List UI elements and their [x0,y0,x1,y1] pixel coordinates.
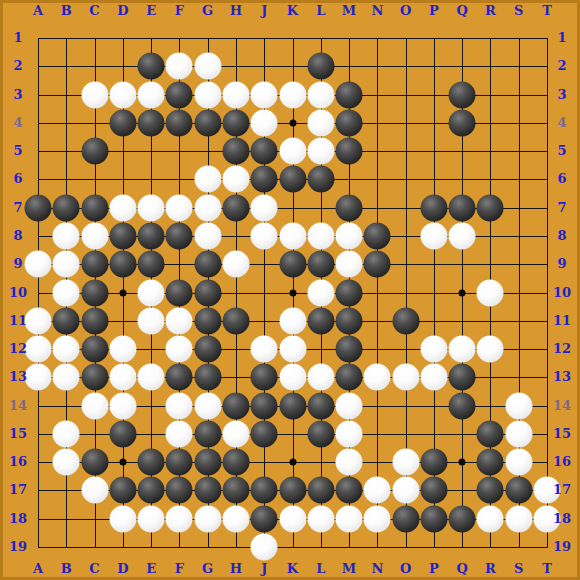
column-label-top: M [334,3,364,19]
stone-black[interactable] [194,307,221,334]
column-label-top: C [80,3,110,19]
stone-black[interactable] [109,109,136,136]
stone-white[interactable] [307,364,334,391]
stone-black[interactable] [81,307,108,334]
stone-white[interactable] [194,392,221,419]
stone-white[interactable] [222,166,249,193]
stone-black[interactable] [336,81,363,108]
stone-white[interactable] [222,251,249,278]
stone-black[interactable] [449,109,476,136]
stone-white[interactable] [222,81,249,108]
stone-black[interactable] [477,420,504,447]
stone-white[interactable] [109,392,136,419]
stone-black[interactable] [138,449,165,476]
stone-white[interactable] [505,449,532,476]
stone-white[interactable] [251,109,278,136]
stone-white[interactable] [109,194,136,221]
column-label-top: G [193,3,223,19]
stone-white[interactable] [53,222,80,249]
star-point [119,459,126,466]
stone-white[interactable] [307,279,334,306]
row-label-left: 6 [3,171,33,187]
column-label-bottom: D [108,561,138,577]
column-label-bottom: M [334,561,364,577]
stone-black[interactable] [392,505,419,532]
column-label-top: F [164,3,194,19]
stone-black[interactable] [166,477,193,504]
row-label-right: 3 [547,87,577,103]
stone-black[interactable] [81,194,108,221]
stone-black[interactable] [307,251,334,278]
stone-black[interactable] [251,364,278,391]
stone-white[interactable] [392,449,419,476]
row-label-right: 9 [547,256,577,272]
stone-white[interactable] [81,477,108,504]
stone-white[interactable] [53,364,80,391]
column-label-bottom: P [419,561,449,577]
row-label-left: 18 [3,511,33,527]
stone-black[interactable] [194,251,221,278]
stone-black[interactable] [449,505,476,532]
go-board-screenshot: AABBCCDDEEFFGGHHJJKKLLMMNNOOPPQQRRSSTT11… [0,0,580,580]
stone-white[interactable] [336,392,363,419]
column-label-bottom: O [391,561,421,577]
column-label-bottom: T [532,561,562,577]
column-label-top: A [23,3,53,19]
stone-black[interactable] [109,251,136,278]
row-label-left: 7 [3,200,33,216]
stone-black[interactable] [307,166,334,193]
stone-black[interactable] [336,279,363,306]
column-label-top: J [249,3,279,19]
stone-black[interactable] [109,477,136,504]
stone-white[interactable] [364,364,391,391]
stone-white[interactable] [251,194,278,221]
stone-black[interactable] [420,194,447,221]
column-label-bottom: J [249,561,279,577]
stone-black[interactable] [251,392,278,419]
row-label-left: 11 [3,313,33,329]
stone-black[interactable] [81,449,108,476]
grid-line-vertical [377,38,378,548]
stone-black[interactable] [420,449,447,476]
stone-black[interactable] [336,477,363,504]
row-label-right: 1 [547,30,577,46]
column-label-top: O [391,3,421,19]
stone-white[interactable] [251,534,278,561]
stone-white[interactable] [392,477,419,504]
stone-black[interactable] [336,336,363,363]
column-label-top: P [419,3,449,19]
column-label-top: R [475,3,505,19]
stone-white[interactable] [336,222,363,249]
row-label-left: 13 [3,369,33,385]
stone-black[interactable] [81,279,108,306]
stone-black[interactable] [138,477,165,504]
stone-white[interactable] [138,81,165,108]
stone-black[interactable] [194,109,221,136]
stone-white[interactable] [53,449,80,476]
stone-white[interactable] [138,194,165,221]
stone-white[interactable] [166,336,193,363]
stone-black[interactable] [392,307,419,334]
stone-white[interactable] [307,222,334,249]
stone-white[interactable] [194,53,221,80]
stone-white[interactable] [392,364,419,391]
row-label-left: 8 [3,228,33,244]
row-label-right: 10 [547,285,577,301]
stone-white[interactable] [109,505,136,532]
row-label-left: 1 [3,30,33,46]
star-point [459,459,466,466]
stone-white[interactable] [53,279,80,306]
stone-black[interactable] [336,109,363,136]
stone-white[interactable] [307,138,334,165]
stone-black[interactable] [251,505,278,532]
stone-black[interactable] [109,222,136,249]
stone-black[interactable] [166,364,193,391]
row-label-left: 19 [3,539,33,555]
stone-white[interactable] [420,336,447,363]
column-label-bottom: E [136,561,166,577]
stone-black[interactable] [194,477,221,504]
row-label-right: 17 [547,482,577,498]
stone-black[interactable] [477,194,504,221]
column-label-bottom: Q [447,561,477,577]
column-label-top: S [504,3,534,19]
stone-black[interactable] [364,222,391,249]
row-label-left: 12 [3,341,33,357]
stone-black[interactable] [420,505,447,532]
column-label-top: Q [447,3,477,19]
column-label-bottom: L [306,561,336,577]
stone-black[interactable] [251,420,278,447]
stone-black[interactable] [194,420,221,447]
stone-white[interactable] [166,505,193,532]
stone-black[interactable] [166,449,193,476]
row-label-left: 15 [3,426,33,442]
column-label-top: H [221,3,251,19]
stone-white[interactable] [477,279,504,306]
column-label-bottom: H [221,561,251,577]
stone-white[interactable] [251,81,278,108]
stone-white[interactable] [307,109,334,136]
stone-black[interactable] [336,307,363,334]
column-label-bottom: R [475,561,505,577]
stone-black[interactable] [138,109,165,136]
stone-black[interactable] [251,138,278,165]
stone-white[interactable] [336,449,363,476]
row-label-right: 14 [547,398,577,414]
stone-black[interactable] [307,477,334,504]
stone-black[interactable] [477,449,504,476]
column-label-bottom: F [164,561,194,577]
stone-white[interactable] [279,81,306,108]
stone-black[interactable] [251,166,278,193]
stone-white[interactable] [449,222,476,249]
row-label-left: 17 [3,482,33,498]
stone-white[interactable] [420,222,447,249]
row-label-right: 16 [547,454,577,470]
row-label-right: 12 [547,341,577,357]
stone-white[interactable] [279,336,306,363]
stone-white[interactable] [364,505,391,532]
column-label-bottom: A [23,561,53,577]
row-label-left: 3 [3,87,33,103]
stone-black[interactable] [81,138,108,165]
stone-black[interactable] [222,138,249,165]
stone-black[interactable] [336,138,363,165]
stone-white[interactable] [194,222,221,249]
stone-white[interactable] [53,336,80,363]
stone-black[interactable] [222,307,249,334]
star-point [289,119,296,126]
stone-white[interactable] [81,222,108,249]
stone-black[interactable] [449,364,476,391]
row-label-left: 14 [3,398,33,414]
stone-white[interactable] [166,307,193,334]
stone-white[interactable] [279,222,306,249]
stone-white[interactable] [336,420,363,447]
column-label-bottom: N [362,561,392,577]
stone-white[interactable] [166,53,193,80]
stone-black[interactable] [449,81,476,108]
row-label-right: 19 [547,539,577,555]
stone-white[interactable] [279,307,306,334]
stone-white[interactable] [449,336,476,363]
stone-white[interactable] [279,364,306,391]
star-point [459,289,466,296]
stone-white[interactable] [222,505,249,532]
stone-white[interactable] [109,364,136,391]
stone-black[interactable] [53,307,80,334]
stone-white[interactable] [279,138,306,165]
column-label-top: T [532,3,562,19]
star-point [289,289,296,296]
stone-black[interactable] [449,194,476,221]
stone-white[interactable] [505,420,532,447]
column-label-top: N [362,3,392,19]
stone-white[interactable] [505,505,532,532]
stone-black[interactable] [279,251,306,278]
stone-black[interactable] [109,420,136,447]
stone-white[interactable] [307,505,334,532]
row-label-left: 5 [3,143,33,159]
stone-white[interactable] [138,279,165,306]
row-label-left: 16 [3,454,33,470]
stone-white[interactable] [194,505,221,532]
column-label-bottom: K [278,561,308,577]
stone-black[interactable] [81,251,108,278]
stone-black[interactable] [449,392,476,419]
stone-white[interactable] [279,505,306,532]
stone-white[interactable] [477,336,504,363]
stone-black[interactable] [279,392,306,419]
column-label-top: K [278,3,308,19]
row-label-right: 6 [547,171,577,187]
stone-white[interactable] [138,364,165,391]
stone-black[interactable] [81,336,108,363]
stone-black[interactable] [194,449,221,476]
stone-white[interactable] [194,81,221,108]
stone-black[interactable] [194,364,221,391]
stone-white[interactable] [138,505,165,532]
stone-black[interactable] [166,279,193,306]
stone-black[interactable] [166,81,193,108]
stone-black[interactable] [364,251,391,278]
stone-white[interactable] [336,505,363,532]
row-label-right: 8 [547,228,577,244]
stone-white[interactable] [505,392,532,419]
stone-black[interactable] [166,222,193,249]
stone-white[interactable] [336,251,363,278]
stone-white[interactable] [251,336,278,363]
stone-black[interactable] [222,194,249,221]
stone-black[interactable] [307,307,334,334]
column-label-bottom: G [193,561,223,577]
stone-black[interactable] [279,477,306,504]
stone-white[interactable] [420,364,447,391]
column-label-top: B [51,3,81,19]
stone-black[interactable] [307,392,334,419]
stone-white[interactable] [166,392,193,419]
row-label-right: 11 [547,313,577,329]
stone-black[interactable] [477,477,504,504]
stone-black[interactable] [138,222,165,249]
column-label-bottom: B [51,561,81,577]
stone-white[interactable] [194,166,221,193]
grid-line-horizontal [38,547,548,548]
row-label-right: 4 [547,115,577,131]
stone-white[interactable] [138,307,165,334]
stone-black[interactable] [222,109,249,136]
column-label-top: E [136,3,166,19]
row-label-right: 18 [547,511,577,527]
stone-white[interactable] [222,420,249,447]
stone-black[interactable] [81,364,108,391]
row-label-left: 2 [3,58,33,74]
stone-white[interactable] [194,194,221,221]
stone-black[interactable] [194,279,221,306]
stone-black[interactable] [505,477,532,504]
stone-black[interactable] [420,477,447,504]
stone-black[interactable] [251,477,278,504]
stone-black[interactable] [307,420,334,447]
stone-black[interactable] [336,194,363,221]
row-label-right: 5 [547,143,577,159]
stone-black[interactable] [53,194,80,221]
stone-white[interactable] [166,420,193,447]
stone-white[interactable] [307,81,334,108]
stone-white[interactable] [477,505,504,532]
stone-white[interactable] [166,194,193,221]
stone-black[interactable] [307,53,334,80]
row-label-right: 7 [547,200,577,216]
stone-black[interactable] [222,477,249,504]
stone-white[interactable] [251,222,278,249]
stone-black[interactable] [336,364,363,391]
row-label-right: 2 [547,58,577,74]
stone-white[interactable] [109,336,136,363]
stone-white[interactable] [53,251,80,278]
stone-white[interactable] [364,477,391,504]
stone-black[interactable] [138,53,165,80]
row-label-left: 10 [3,285,33,301]
column-label-top: L [306,3,336,19]
row-label-right: 13 [547,369,577,385]
column-label-bottom: S [504,561,534,577]
star-point [289,459,296,466]
stone-black[interactable] [166,109,193,136]
stone-black[interactable] [194,336,221,363]
stone-black[interactable] [222,392,249,419]
stone-white[interactable] [53,420,80,447]
stone-black[interactable] [279,166,306,193]
stone-white[interactable] [81,392,108,419]
row-label-right: 15 [547,426,577,442]
column-label-bottom: C [80,561,110,577]
stone-black[interactable] [138,251,165,278]
row-label-left: 4 [3,115,33,131]
row-label-left: 9 [3,256,33,272]
stone-white[interactable] [81,81,108,108]
stone-black[interactable] [222,449,249,476]
stone-white[interactable] [109,81,136,108]
column-label-top: D [108,3,138,19]
star-point [119,289,126,296]
